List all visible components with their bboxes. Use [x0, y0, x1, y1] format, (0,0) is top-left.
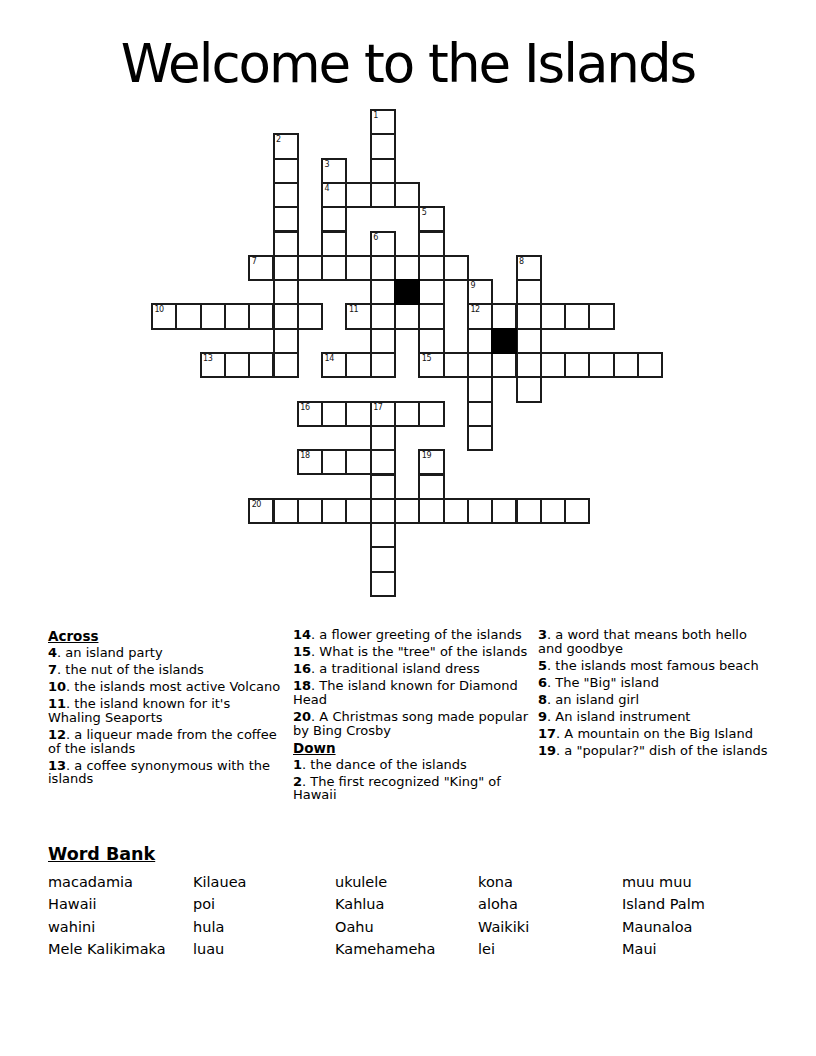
clue-14: 14. a flower greeting of the islands — [293, 628, 530, 642]
black-cell — [491, 328, 517, 354]
grid-cell[interactable] — [540, 303, 566, 329]
grid-cell[interactable] — [394, 255, 420, 281]
grid-cell[interactable] — [273, 279, 299, 305]
grid-cell[interactable] — [224, 303, 250, 329]
grid-cell[interactable] — [345, 352, 371, 378]
grid-cell[interactable] — [345, 255, 371, 281]
word-bank-item: Oahu — [335, 917, 478, 939]
clue-number-label: 1 — [293, 757, 302, 772]
cell-number-15: 15 — [422, 355, 431, 363]
cell-number-12: 12 — [470, 306, 479, 314]
cell-number-19: 19 — [422, 452, 431, 460]
grid-cell[interactable] — [394, 498, 420, 524]
clue-9: 9. An island instrument — [538, 710, 775, 724]
word-bank-item: macadamia — [48, 872, 193, 894]
grid-cell[interactable] — [588, 352, 614, 378]
grid-cell[interactable] — [273, 255, 299, 281]
grid-cell[interactable] — [443, 255, 469, 281]
grid-cell[interactable] — [394, 401, 420, 427]
grid-cell[interactable] — [370, 182, 396, 208]
clue-heading-down: Down — [293, 741, 530, 755]
grid-cell[interactable] — [540, 352, 566, 378]
grid-cell[interactable] — [370, 279, 396, 305]
grid-cell[interactable] — [564, 352, 590, 378]
grid-cell[interactable] — [370, 133, 396, 159]
clue-number-label: 15 — [293, 644, 311, 659]
word-bank-item: Kamehameha — [335, 939, 478, 961]
cell-number-8: 8 — [519, 258, 524, 266]
cell-number-4: 4 — [325, 185, 330, 193]
grid-cell[interactable] — [418, 474, 444, 500]
grid-cell[interactable] — [540, 498, 566, 524]
grid-cell[interactable] — [273, 231, 299, 257]
grid-cell[interactable] — [273, 206, 299, 232]
grid-cell[interactable] — [613, 352, 639, 378]
grid-cell[interactable] — [516, 303, 542, 329]
grid-cell[interactable] — [491, 498, 517, 524]
clue-number-label: 7 — [48, 662, 57, 677]
grid-cell[interactable] — [370, 498, 396, 524]
clue-15: 15. What is the "tree" of the islands — [293, 645, 530, 659]
clue-5: 5. the islands most famous beach — [538, 659, 775, 673]
grid-cell[interactable] — [321, 498, 347, 524]
grid-cell[interactable] — [467, 498, 493, 524]
grid-cell[interactable] — [200, 303, 226, 329]
grid-cell[interactable] — [370, 303, 396, 329]
word-bank-item: kona — [478, 872, 622, 894]
grid-cell[interactable] — [370, 522, 396, 548]
clue-number-label: 20 — [293, 709, 311, 724]
grid-cell[interactable] — [297, 255, 323, 281]
clue-number-label: 11 — [48, 696, 66, 711]
cell-number-14: 14 — [325, 355, 334, 363]
clue-20: 20. A Christmas song made popular by Bin… — [293, 710, 530, 738]
cell-number-17: 17 — [373, 404, 382, 412]
word-bank-item: hula — [193, 917, 335, 939]
clue-column-3: 3. a word that means both hello and good… — [538, 628, 775, 805]
grid-cell[interactable] — [418, 328, 444, 354]
grid-cell[interactable] — [370, 474, 396, 500]
clue-heading-across: Across — [48, 629, 285, 643]
grid-cell[interactable] — [321, 231, 347, 257]
page-title: Welcome to the Islands — [0, 33, 816, 94]
grid-cell[interactable] — [297, 498, 323, 524]
cell-number-10: 10 — [155, 306, 164, 314]
clue-8: 8. an island girl — [538, 693, 775, 707]
word-bank-item: Waikiki — [478, 917, 622, 939]
grid-cell[interactable] — [370, 328, 396, 354]
clue-number-label: 5 — [538, 658, 547, 673]
clue-column-2: 14. a flower greeting of the islands15. … — [293, 628, 530, 805]
grid-cell[interactable] — [224, 352, 250, 378]
grid-cell[interactable] — [321, 449, 347, 475]
clue-19: 19. a "popular?" dish of the islands — [538, 744, 775, 758]
grid-cell[interactable] — [418, 401, 444, 427]
grid-cell[interactable] — [418, 498, 444, 524]
grid-cell[interactable] — [370, 255, 396, 281]
grid-cell[interactable] — [418, 255, 444, 281]
word-bank-item: Kahlua — [335, 894, 478, 916]
grid-cell[interactable] — [370, 571, 396, 597]
clue-number-label: 19 — [538, 743, 556, 758]
clue-number-label: 9 — [538, 709, 547, 724]
clue-1: 1. the dance of the islands — [293, 758, 530, 772]
cell-number-5: 5 — [422, 209, 427, 217]
grid-cell[interactable] — [273, 158, 299, 184]
grid-cell[interactable] — [394, 182, 420, 208]
grid-cell[interactable] — [467, 401, 493, 427]
grid-cell[interactable] — [370, 352, 396, 378]
grid-cell[interactable] — [443, 352, 469, 378]
word-bank-section: Word Bank macadamiaHawaiiwahiniMele Kali… — [48, 844, 705, 961]
grid-cell[interactable] — [491, 303, 517, 329]
cell-number-13: 13 — [203, 355, 212, 363]
cell-number-11: 11 — [349, 306, 358, 314]
clue-number-label: 3 — [538, 627, 547, 642]
clue-12: 12. a liqueur made from the coffee of th… — [48, 728, 285, 756]
grid-cell[interactable] — [273, 182, 299, 208]
cell-number-3: 3 — [325, 161, 330, 169]
word-bank-item: Maunaloa — [622, 917, 705, 939]
word-bank-heading: Word Bank — [48, 844, 705, 864]
grid-cell[interactable] — [273, 328, 299, 354]
clues-section: Across4. an island party7. the nut of th… — [48, 628, 775, 805]
clue-number-label: 2 — [293, 774, 302, 789]
clue-7: 7. the nut of the islands — [48, 663, 285, 677]
clue-16: 16. a traditional island dress — [293, 662, 530, 676]
grid-cell[interactable] — [564, 303, 590, 329]
grid-cell[interactable] — [491, 352, 517, 378]
grid-cell[interactable] — [273, 352, 299, 378]
word-bank-item: Hawaii — [48, 894, 193, 916]
word-bank-item: Mele Kalikimaka — [48, 939, 193, 961]
grid-cell[interactable] — [418, 279, 444, 305]
grid-cell[interactable] — [516, 328, 542, 354]
clue-11: 11. the island known for it's Whaling Se… — [48, 697, 285, 725]
grid-cell[interactable] — [370, 449, 396, 475]
word-bank-item: poi — [193, 894, 335, 916]
cell-number-1: 1 — [373, 112, 378, 120]
clue-4: 4. an island party — [48, 646, 285, 660]
clue-number-label: 13 — [48, 758, 66, 773]
word-bank-item: Island Palm — [622, 894, 705, 916]
clue-number-label: 14 — [293, 627, 311, 642]
grid-cell[interactable] — [297, 303, 323, 329]
word-bank-item: muu muu — [622, 872, 705, 894]
grid-cell[interactable] — [443, 498, 469, 524]
clue-number-label: 17 — [538, 726, 556, 741]
grid-cell[interactable] — [345, 449, 371, 475]
grid-cell[interactable] — [273, 498, 299, 524]
word-bank-grid: macadamiaHawaiiwahiniMele KalikimakaKila… — [48, 872, 705, 961]
clue-number-label: 4 — [48, 645, 57, 660]
word-bank-item: aloha — [478, 894, 622, 916]
grid-cell[interactable] — [273, 303, 299, 329]
cell-number-16: 16 — [300, 404, 309, 412]
clue-number-label: 12 — [48, 727, 66, 742]
grid-cell[interactable] — [248, 303, 274, 329]
clue-column-1: Across4. an island party7. the nut of th… — [48, 628, 285, 805]
cell-number-6: 6 — [373, 234, 378, 242]
word-bank-item: Maui — [622, 939, 705, 961]
clue-6: 6. The "Big" island — [538, 676, 775, 690]
word-bank-item: luau — [193, 939, 335, 961]
grid-cell[interactable] — [516, 498, 542, 524]
grid-cell[interactable] — [321, 255, 347, 281]
grid-cell[interactable] — [564, 498, 590, 524]
grid-cell[interactable] — [248, 352, 274, 378]
clue-number-label: 6 — [538, 675, 547, 690]
grid-cell[interactable] — [467, 328, 493, 354]
grid-cell[interactable] — [418, 303, 444, 329]
grid-cell[interactable] — [175, 303, 201, 329]
clue-17: 17. A mountain on the Big Island — [538, 727, 775, 741]
clue-18: 18. The island known for Diamond Head — [293, 679, 530, 707]
word-bank-item: Kilauea — [193, 872, 335, 894]
grid-cell[interactable] — [467, 352, 493, 378]
clue-10: 10. the islands most active Volcano — [48, 680, 285, 694]
grid-cell[interactable] — [370, 425, 396, 451]
clue-number-label: 18 — [293, 678, 311, 693]
grid-cell[interactable] — [345, 498, 371, 524]
grid-cell[interactable] — [637, 352, 663, 378]
word-bank-item: ukulele — [335, 872, 478, 894]
cell-number-7: 7 — [252, 258, 257, 266]
grid-cell[interactable] — [588, 303, 614, 329]
grid-cell[interactable] — [467, 376, 493, 402]
grid-cell[interactable] — [516, 376, 542, 402]
clue-number-label: 8 — [538, 692, 547, 707]
grid-cell[interactable] — [418, 231, 444, 257]
word-bank-item: wahini — [48, 917, 193, 939]
clue-number-label: 16 — [293, 661, 311, 676]
cell-number-20: 20 — [252, 501, 261, 509]
cell-number-2: 2 — [276, 136, 281, 144]
grid-cell[interactable] — [467, 425, 493, 451]
clue-3: 3. a word that means both hello and good… — [538, 628, 775, 656]
word-bank-item: lei — [478, 939, 622, 961]
clue-2: 2. The first recognized "King" of Hawaii — [293, 775, 530, 803]
clue-13: 13. a coffee synonymous with the islands — [48, 759, 285, 787]
grid-cell[interactable] — [321, 206, 347, 232]
grid-cell[interactable] — [394, 303, 420, 329]
grid-cell[interactable] — [516, 279, 542, 305]
cell-number-18: 18 — [300, 452, 309, 460]
grid-cell[interactable] — [370, 546, 396, 572]
grid-cell[interactable] — [370, 158, 396, 184]
grid-cell[interactable] — [345, 401, 371, 427]
crossword-grid: 1234567891011121314151617181920 — [152, 110, 663, 597]
cell-number-9: 9 — [470, 282, 475, 290]
grid-cell[interactable] — [345, 182, 371, 208]
grid-cell[interactable] — [321, 401, 347, 427]
clue-number-label: 10 — [48, 679, 66, 694]
grid-cell[interactable] — [516, 352, 542, 378]
black-cell — [394, 279, 420, 305]
